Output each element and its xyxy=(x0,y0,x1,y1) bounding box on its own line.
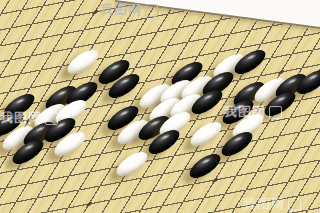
go-board-photo: 我图网 我图网 我图网 我图网 xyxy=(0,0,320,213)
white-stone[interactable] xyxy=(111,150,153,179)
black-stone[interactable] xyxy=(216,130,258,159)
go-board[interactable] xyxy=(0,0,320,213)
white-stone[interactable] xyxy=(62,48,104,77)
white-stone[interactable] xyxy=(185,120,227,149)
stones-layer xyxy=(0,0,320,213)
black-stone[interactable] xyxy=(184,152,226,181)
